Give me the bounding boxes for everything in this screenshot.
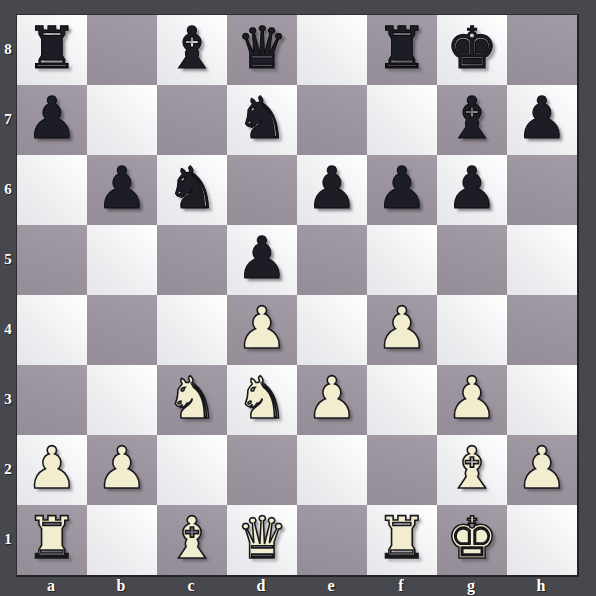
square-c6[interactable]: ♞ <box>157 155 227 225</box>
file-label-e: e <box>296 575 366 596</box>
rank-label-6: 6 <box>0 154 16 224</box>
piece-white-pawn[interactable]: ♟ <box>446 363 498 433</box>
square-f5[interactable] <box>367 225 437 295</box>
square-e1[interactable] <box>297 505 367 575</box>
square-b2[interactable]: ♟ <box>87 435 157 505</box>
square-g6[interactable]: ♟ <box>437 155 507 225</box>
piece-white-pawn[interactable]: ♟ <box>376 293 428 363</box>
square-d3[interactable]: ♞ <box>227 365 297 435</box>
piece-black-pawn[interactable]: ♟ <box>96 153 148 223</box>
square-f2[interactable] <box>367 435 437 505</box>
square-d4[interactable]: ♟ <box>227 295 297 365</box>
piece-white-rook[interactable]: ♜ <box>26 503 78 573</box>
square-a4[interactable] <box>17 295 87 365</box>
square-f4[interactable]: ♟ <box>367 295 437 365</box>
square-b8[interactable] <box>87 15 157 85</box>
piece-black-queen[interactable]: ♛ <box>236 13 288 83</box>
file-label-c: c <box>156 575 226 596</box>
rank-labels: 87654321 <box>0 14 16 574</box>
square-h1[interactable] <box>507 505 577 575</box>
piece-white-bishop[interactable]: ♝ <box>446 433 498 503</box>
square-b4[interactable] <box>87 295 157 365</box>
piece-black-king[interactable]: ♚ <box>446 13 498 83</box>
square-g1[interactable]: ♚ <box>437 505 507 575</box>
square-e2[interactable] <box>297 435 367 505</box>
file-label-g: g <box>436 575 506 596</box>
piece-white-pawn[interactable]: ♟ <box>516 433 568 503</box>
piece-white-queen[interactable]: ♛ <box>236 503 288 573</box>
rank-label-5: 5 <box>0 224 16 294</box>
rank-label-3: 3 <box>0 364 16 434</box>
square-d2[interactable] <box>227 435 297 505</box>
square-h4[interactable] <box>507 295 577 365</box>
square-b1[interactable] <box>87 505 157 575</box>
square-a1[interactable]: ♜ <box>17 505 87 575</box>
square-b6[interactable]: ♟ <box>87 155 157 225</box>
piece-black-pawn[interactable]: ♟ <box>26 83 78 153</box>
piece-white-pawn[interactable]: ♟ <box>26 433 78 503</box>
square-e6[interactable]: ♟ <box>297 155 367 225</box>
square-b7[interactable] <box>87 85 157 155</box>
square-c4[interactable] <box>157 295 227 365</box>
square-c7[interactable] <box>157 85 227 155</box>
square-g8[interactable]: ♚ <box>437 15 507 85</box>
piece-white-bishop[interactable]: ♝ <box>166 503 218 573</box>
square-h6[interactable] <box>507 155 577 225</box>
square-f6[interactable]: ♟ <box>367 155 437 225</box>
square-d5[interactable]: ♟ <box>227 225 297 295</box>
square-f7[interactable] <box>367 85 437 155</box>
square-d6[interactable] <box>227 155 297 225</box>
square-h3[interactable] <box>507 365 577 435</box>
square-f1[interactable]: ♜ <box>367 505 437 575</box>
square-h8[interactable] <box>507 15 577 85</box>
piece-black-rook[interactable]: ♜ <box>376 13 428 83</box>
square-e5[interactable] <box>297 225 367 295</box>
piece-white-knight[interactable]: ♞ <box>236 363 288 433</box>
board-frame: 87654321 ♜♝♛♜♚♟♞♝♟♟♞♟♟♟♟♟♟♞♞♟♟♟♟♝♟♜♝♛♜♚ … <box>0 0 596 596</box>
square-f8[interactable]: ♜ <box>367 15 437 85</box>
piece-black-pawn[interactable]: ♟ <box>306 153 358 223</box>
piece-black-pawn[interactable]: ♟ <box>446 153 498 223</box>
square-a6[interactable] <box>17 155 87 225</box>
piece-black-pawn[interactable]: ♟ <box>236 223 288 293</box>
piece-black-knight[interactable]: ♞ <box>236 83 288 153</box>
rank-label-4: 4 <box>0 294 16 364</box>
square-d8[interactable]: ♛ <box>227 15 297 85</box>
square-c1[interactable]: ♝ <box>157 505 227 575</box>
file-labels: abcdefgh <box>16 575 576 596</box>
piece-white-pawn[interactable]: ♟ <box>306 363 358 433</box>
square-h7[interactable]: ♟ <box>507 85 577 155</box>
piece-black-pawn[interactable]: ♟ <box>376 153 428 223</box>
square-g2[interactable]: ♝ <box>437 435 507 505</box>
rank-label-2: 2 <box>0 434 16 504</box>
piece-white-pawn[interactable]: ♟ <box>96 433 148 503</box>
file-label-d: d <box>226 575 296 596</box>
square-c5[interactable] <box>157 225 227 295</box>
file-label-h: h <box>506 575 576 596</box>
square-e3[interactable]: ♟ <box>297 365 367 435</box>
square-g7[interactable]: ♝ <box>437 85 507 155</box>
file-label-f: f <box>366 575 436 596</box>
piece-white-king[interactable]: ♚ <box>446 503 498 573</box>
chess-board: ♜♝♛♜♚♟♞♝♟♟♞♟♟♟♟♟♟♞♞♟♟♟♟♝♟♜♝♛♜♚ <box>16 14 579 577</box>
square-e8[interactable] <box>297 15 367 85</box>
piece-black-rook[interactable]: ♜ <box>26 13 78 83</box>
rank-label-1: 1 <box>0 504 16 574</box>
square-c8[interactable]: ♝ <box>157 15 227 85</box>
square-e7[interactable] <box>297 85 367 155</box>
square-g5[interactable] <box>437 225 507 295</box>
square-f3[interactable] <box>367 365 437 435</box>
square-a3[interactable] <box>17 365 87 435</box>
piece-black-bishop[interactable]: ♝ <box>166 13 218 83</box>
piece-white-rook[interactable]: ♜ <box>376 503 428 573</box>
piece-black-knight[interactable]: ♞ <box>166 153 218 223</box>
piece-white-knight[interactable]: ♞ <box>166 363 218 433</box>
file-label-b: b <box>86 575 156 596</box>
square-g3[interactable]: ♟ <box>437 365 507 435</box>
square-a8[interactable]: ♜ <box>17 15 87 85</box>
square-c2[interactable] <box>157 435 227 505</box>
file-label-a: a <box>16 575 86 596</box>
piece-black-pawn[interactable]: ♟ <box>516 83 568 153</box>
square-e4[interactable] <box>297 295 367 365</box>
piece-white-pawn[interactable]: ♟ <box>236 293 288 363</box>
rank-label-7: 7 <box>0 84 16 154</box>
square-a5[interactable] <box>17 225 87 295</box>
square-d7[interactable]: ♞ <box>227 85 297 155</box>
square-b5[interactable] <box>87 225 157 295</box>
square-a2[interactable]: ♟ <box>17 435 87 505</box>
square-a7[interactable]: ♟ <box>17 85 87 155</box>
square-c3[interactable]: ♞ <box>157 365 227 435</box>
rank-label-8: 8 <box>0 14 16 84</box>
piece-black-bishop[interactable]: ♝ <box>446 83 498 153</box>
square-b3[interactable] <box>87 365 157 435</box>
square-g4[interactable] <box>437 295 507 365</box>
square-h5[interactable] <box>507 225 577 295</box>
square-d1[interactable]: ♛ <box>227 505 297 575</box>
square-h2[interactable]: ♟ <box>507 435 577 505</box>
